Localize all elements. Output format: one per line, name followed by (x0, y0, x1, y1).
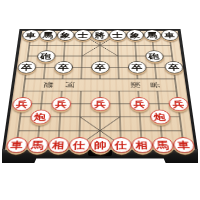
piece-black-advisor[interactable]: 士 (109, 29, 127, 40)
red-cannon-glyph: 炮 (154, 113, 167, 122)
board-surface: 楚 河 漢 界 車馬象士將士象馬車砲砲卒卒卒卒卒兵兵兵兵兵炮炮車馬相仕帥仕相馬車 (5, 31, 195, 150)
red-soldier-glyph: 兵 (133, 100, 145, 108)
piece-black-soldier[interactable]: 卒 (91, 61, 110, 73)
black-soldier-glyph: 卒 (131, 64, 142, 71)
black-horse-glyph: 馬 (147, 32, 158, 39)
piece-red-elephant[interactable]: 相 (131, 137, 153, 153)
red-soldier-glyph: 兵 (172, 100, 185, 108)
piece-red-chariot[interactable]: 車 (172, 137, 195, 153)
piece-black-advisor[interactable]: 士 (74, 29, 92, 40)
piece-black-general[interactable]: 將 (91, 29, 109, 40)
red-elephant-glyph: 相 (52, 141, 65, 150)
piece-red-cannon[interactable]: 炮 (29, 110, 50, 125)
piece-black-horse[interactable]: 馬 (143, 29, 161, 40)
piece-red-advisor[interactable]: 仕 (68, 137, 89, 153)
red-chariot-glyph: 車 (10, 141, 24, 150)
piece-red-cannon[interactable]: 炮 (149, 110, 170, 125)
piece-red-horse[interactable]: 馬 (26, 137, 48, 153)
red-horse-glyph: 馬 (31, 141, 44, 150)
red-chariot-glyph: 車 (177, 141, 191, 150)
black-chariot-glyph: 車 (25, 32, 36, 39)
red-advisor-glyph: 仕 (73, 141, 86, 150)
red-soldier-glyph: 兵 (94, 100, 106, 108)
piece-red-chariot[interactable]: 車 (5, 137, 28, 153)
black-soldier-glyph: 卒 (57, 64, 68, 71)
piece-red-soldier[interactable]: 兵 (51, 97, 71, 111)
piece-red-soldier[interactable]: 兵 (168, 97, 189, 111)
piece-black-chariot[interactable]: 車 (21, 29, 40, 40)
black-elephant-glyph: 象 (60, 32, 71, 39)
red-soldier-glyph: 兵 (15, 100, 28, 108)
piece-black-cannon[interactable]: 砲 (36, 50, 55, 62)
piece-black-elephant[interactable]: 象 (126, 29, 144, 40)
black-cannon-glyph: 砲 (148, 53, 159, 60)
black-elephant-glyph: 象 (129, 32, 140, 39)
piece-red-elephant[interactable]: 相 (47, 137, 69, 153)
red-cannon-glyph: 炮 (34, 113, 47, 122)
red-elephant-glyph: 相 (135, 141, 148, 150)
piece-black-horse[interactable]: 馬 (39, 29, 57, 40)
piece-red-advisor[interactable]: 仕 (110, 137, 131, 153)
piece-black-chariot[interactable]: 車 (160, 29, 179, 40)
piece-red-horse[interactable]: 馬 (151, 137, 173, 153)
black-soldier-glyph: 卒 (20, 64, 32, 71)
piece-black-soldier[interactable]: 卒 (127, 61, 146, 73)
black-advisor-glyph: 士 (77, 32, 88, 39)
piece-black-soldier[interactable]: 卒 (16, 61, 36, 73)
red-general-glyph: 帥 (94, 141, 107, 150)
piece-red-soldier[interactable]: 兵 (90, 97, 110, 111)
xiangqi-travel-set-photo: 楚 河 漢 界 車馬象士將士象馬車砲砲卒卒卒卒卒兵兵兵兵兵炮炮車馬相仕帥仕相馬車 (0, 0, 200, 200)
piece-red-soldier[interactable]: 兵 (129, 97, 149, 111)
black-cannon-glyph: 砲 (40, 53, 51, 60)
piece-layer: 車馬象士將士象馬車砲砲卒卒卒卒卒兵兵兵兵兵炮炮車馬相仕帥仕相馬車 (5, 30, 195, 153)
piece-black-elephant[interactable]: 象 (56, 29, 74, 40)
black-soldier-glyph: 卒 (168, 64, 180, 71)
red-advisor-glyph: 仕 (115, 141, 128, 150)
black-general-glyph: 將 (95, 32, 105, 39)
piece-black-soldier[interactable]: 卒 (164, 61, 184, 73)
black-chariot-glyph: 車 (164, 32, 175, 39)
black-soldier-glyph: 卒 (94, 64, 105, 71)
piece-black-soldier[interactable]: 卒 (54, 61, 73, 73)
red-soldier-glyph: 兵 (55, 100, 67, 108)
black-horse-glyph: 馬 (42, 32, 53, 39)
black-advisor-glyph: 士 (112, 32, 123, 39)
red-horse-glyph: 馬 (156, 141, 169, 150)
piece-black-cannon[interactable]: 砲 (145, 50, 164, 62)
piece-red-soldier[interactable]: 兵 (11, 97, 32, 111)
piece-red-general[interactable]: 帥 (89, 137, 110, 153)
